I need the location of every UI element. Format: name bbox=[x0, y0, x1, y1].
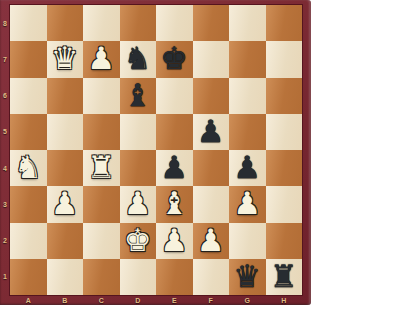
square-a2[interactable] bbox=[10, 223, 47, 259]
square-h5[interactable] bbox=[266, 114, 303, 150]
square-c7[interactable]: ♟ bbox=[83, 41, 120, 77]
square-g6[interactable] bbox=[229, 78, 266, 114]
rank-label-4: 4 bbox=[0, 150, 10, 186]
square-c3[interactable] bbox=[83, 186, 120, 222]
rank-label-1: 1 bbox=[0, 259, 10, 295]
square-f5[interactable]: ♟ bbox=[193, 114, 230, 150]
rank-label-7: 7 bbox=[0, 41, 10, 77]
square-f6[interactable] bbox=[193, 78, 230, 114]
piece-white-pawn-g3[interactable]: ♟ bbox=[233, 185, 261, 221]
file-label-d: D bbox=[120, 295, 157, 305]
square-h8[interactable] bbox=[266, 5, 303, 41]
square-d4[interactable] bbox=[120, 150, 157, 186]
rank-label-5: 5 bbox=[0, 114, 10, 150]
square-b1[interactable] bbox=[47, 259, 84, 295]
piece-black-bishop-d6[interactable]: ♝ bbox=[124, 77, 152, 113]
piece-white-pawn-f2[interactable]: ♟ bbox=[197, 222, 225, 258]
piece-white-pawn-c7[interactable]: ♟ bbox=[87, 40, 115, 76]
square-g3[interactable]: ♟ bbox=[229, 186, 266, 222]
square-c1[interactable] bbox=[83, 259, 120, 295]
square-h2[interactable] bbox=[266, 223, 303, 259]
square-b5[interactable] bbox=[47, 114, 84, 150]
rank-label-8: 8 bbox=[0, 5, 10, 41]
square-e8[interactable] bbox=[156, 5, 193, 41]
piece-white-pawn-b3[interactable]: ♟ bbox=[51, 185, 79, 221]
square-b3[interactable]: ♟ bbox=[47, 186, 84, 222]
file-label-c: C bbox=[83, 295, 120, 305]
square-g5[interactable] bbox=[229, 114, 266, 150]
square-a8[interactable] bbox=[10, 5, 47, 41]
square-d3[interactable]: ♟ bbox=[120, 186, 157, 222]
square-d2[interactable]: ♚ bbox=[120, 223, 157, 259]
square-f3[interactable] bbox=[193, 186, 230, 222]
square-b4[interactable] bbox=[47, 150, 84, 186]
square-c5[interactable] bbox=[83, 114, 120, 150]
square-g2[interactable] bbox=[229, 223, 266, 259]
file-label-h: H bbox=[266, 295, 303, 305]
square-b7[interactable]: ♛ bbox=[47, 41, 84, 77]
screenshot-stage: 87654321 ♛♟♞♚♝♟♞♜♟♟♟♟♝♟♚♟♟♛♜ ABCDEFGH bbox=[0, 0, 414, 311]
square-e4[interactable]: ♟ bbox=[156, 150, 193, 186]
square-g1[interactable]: ♛ bbox=[229, 259, 266, 295]
square-c6[interactable] bbox=[83, 78, 120, 114]
square-d8[interactable] bbox=[120, 5, 157, 41]
square-f8[interactable] bbox=[193, 5, 230, 41]
chessboard[interactable]: ♛♟♞♚♝♟♞♜♟♟♟♟♝♟♚♟♟♛♜ bbox=[10, 5, 302, 295]
square-c4[interactable]: ♜ bbox=[83, 150, 120, 186]
square-h7[interactable] bbox=[266, 41, 303, 77]
square-a7[interactable] bbox=[10, 41, 47, 77]
rank-label-2: 2 bbox=[0, 223, 10, 259]
square-h3[interactable] bbox=[266, 186, 303, 222]
piece-black-knight-d7[interactable]: ♞ bbox=[124, 40, 152, 76]
file-label-f: F bbox=[193, 295, 230, 305]
square-e7[interactable]: ♚ bbox=[156, 41, 193, 77]
piece-white-knight-a4[interactable]: ♞ bbox=[14, 149, 42, 185]
square-f2[interactable]: ♟ bbox=[193, 223, 230, 259]
file-label-b: B bbox=[47, 295, 84, 305]
square-e5[interactable] bbox=[156, 114, 193, 150]
square-a4[interactable]: ♞ bbox=[10, 150, 47, 186]
square-e1[interactable] bbox=[156, 259, 193, 295]
square-a6[interactable] bbox=[10, 78, 47, 114]
square-e6[interactable] bbox=[156, 78, 193, 114]
square-c8[interactable] bbox=[83, 5, 120, 41]
square-d5[interactable] bbox=[120, 114, 157, 150]
file-label-row: ABCDEFGH bbox=[10, 295, 302, 305]
piece-white-queen-b7[interactable]: ♛ bbox=[51, 40, 79, 76]
square-f1[interactable] bbox=[193, 259, 230, 295]
square-g7[interactable] bbox=[229, 41, 266, 77]
square-a3[interactable] bbox=[10, 186, 47, 222]
square-d7[interactable]: ♞ bbox=[120, 41, 157, 77]
square-b8[interactable] bbox=[47, 5, 84, 41]
square-g8[interactable] bbox=[229, 5, 266, 41]
rank-label-column: 87654321 bbox=[0, 5, 10, 295]
piece-black-king-e7[interactable]: ♚ bbox=[160, 40, 188, 76]
piece-black-pawn-f5[interactable]: ♟ bbox=[197, 113, 225, 149]
square-e2[interactable]: ♟ bbox=[156, 223, 193, 259]
square-b6[interactable] bbox=[47, 78, 84, 114]
square-d6[interactable]: ♝ bbox=[120, 78, 157, 114]
square-f4[interactable] bbox=[193, 150, 230, 186]
piece-white-pawn-e2[interactable]: ♟ bbox=[160, 222, 188, 258]
square-c2[interactable] bbox=[83, 223, 120, 259]
piece-white-bishop-e3[interactable]: ♝ bbox=[160, 185, 188, 221]
rank-label-6: 6 bbox=[0, 78, 10, 114]
piece-black-rook-h1[interactable]: ♜ bbox=[270, 258, 298, 294]
square-f7[interactable] bbox=[193, 41, 230, 77]
chessboard-frame: 87654321 ♛♟♞♚♝♟♞♜♟♟♟♟♝♟♚♟♟♛♜ ABCDEFGH bbox=[0, 0, 311, 305]
square-d1[interactable] bbox=[120, 259, 157, 295]
file-label-e: E bbox=[156, 295, 193, 305]
square-h6[interactable] bbox=[266, 78, 303, 114]
square-e3[interactable]: ♝ bbox=[156, 186, 193, 222]
rank-label-3: 3 bbox=[0, 186, 10, 222]
piece-white-king-d2[interactable]: ♚ bbox=[124, 222, 152, 258]
square-a5[interactable] bbox=[10, 114, 47, 150]
piece-black-pawn-e4[interactable]: ♟ bbox=[160, 149, 188, 185]
square-a1[interactable] bbox=[10, 259, 47, 295]
file-label-a: A bbox=[10, 295, 47, 305]
square-b2[interactable] bbox=[47, 223, 84, 259]
piece-white-rook-c4[interactable]: ♜ bbox=[87, 149, 115, 185]
piece-black-queen-g1[interactable]: ♛ bbox=[233, 258, 261, 294]
file-label-g: G bbox=[229, 295, 266, 305]
square-g4[interactable]: ♟ bbox=[229, 150, 266, 186]
square-h4[interactable] bbox=[266, 150, 303, 186]
piece-black-pawn-g4[interactable]: ♟ bbox=[233, 149, 261, 185]
square-h1[interactable]: ♜ bbox=[266, 259, 303, 295]
piece-white-pawn-d3[interactable]: ♟ bbox=[124, 185, 152, 221]
